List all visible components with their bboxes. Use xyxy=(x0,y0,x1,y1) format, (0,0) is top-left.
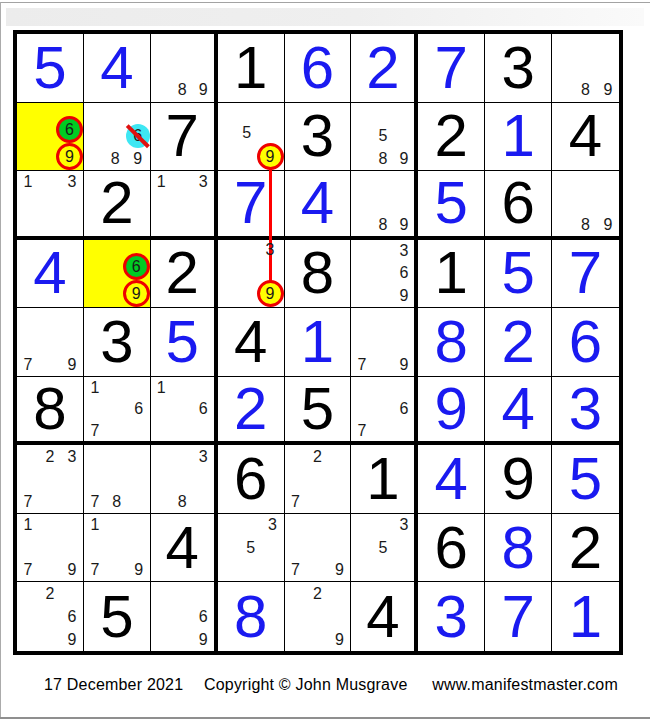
candidate-grid: 89 xyxy=(151,34,214,102)
cell-r6c2[interactable]: 167 xyxy=(84,377,151,446)
cell-r2c6[interactable]: 589 xyxy=(351,103,418,172)
cell-r8c5[interactable]: 79 xyxy=(285,514,352,583)
cell-r7c8[interactable]: 9 xyxy=(485,445,552,514)
cell-r5c4[interactable]: 4 xyxy=(218,308,285,377)
candidate-8: 8 xyxy=(106,490,128,513)
cell-r4c5[interactable]: 8 xyxy=(285,240,352,309)
candidate-9: 9 xyxy=(328,559,350,582)
digit-8-black: 8 xyxy=(285,240,351,308)
candidate-6: 6 xyxy=(61,605,83,628)
candidate-grid: 269 xyxy=(17,582,83,651)
footer-date: 17 December 2021 xyxy=(44,676,183,693)
candidate-grid: 27 xyxy=(285,445,351,513)
cell-r4c8[interactable]: 5 xyxy=(485,240,552,309)
candidate-slot-9: 9 xyxy=(123,280,150,307)
digit-3-blue: 3 xyxy=(418,582,484,651)
footer-text: 17 December 2021 Copyright © John Musgra… xyxy=(44,676,618,694)
candidate-3: 3 xyxy=(193,171,214,193)
candidate-2: 2 xyxy=(39,445,61,468)
digit-6-black: 6 xyxy=(218,445,284,513)
top-frame-line xyxy=(0,2,650,3)
digit-8-black: 8 xyxy=(17,377,83,442)
cell-r6c6[interactable]: 67 xyxy=(351,377,418,446)
candidate-6: 6 xyxy=(193,605,214,628)
candidate-grid: 35 xyxy=(218,514,284,582)
candidate-7: 7 xyxy=(285,490,307,513)
cell-r1c9[interactable]: 89 xyxy=(552,34,619,103)
candidate-8: 8 xyxy=(372,148,393,171)
cell-r4c7[interactable]: 1 xyxy=(418,240,485,309)
candidate-slot-6: 6 xyxy=(126,124,150,148)
digit-3-black: 3 xyxy=(84,308,150,376)
digit-1-black: 1 xyxy=(218,34,284,102)
cell-r2c9[interactable]: 4 xyxy=(552,103,619,172)
candidate-grid: 89 xyxy=(351,171,414,236)
cell-r4c1[interactable]: 4 xyxy=(17,240,84,309)
cell-r6c9[interactable]: 3 xyxy=(552,377,619,446)
digit-5-blue: 5 xyxy=(418,171,484,236)
cell-r5c2[interactable]: 3 xyxy=(84,308,151,377)
candidate-7: 7 xyxy=(17,490,39,513)
cell-r2c3[interactable]: 7 xyxy=(151,103,218,172)
digit-9-blue: 9 xyxy=(418,377,484,442)
cell-r9c1[interactable]: 269 xyxy=(17,582,84,651)
candidate-1: 1 xyxy=(84,377,106,399)
candidate-9: 9 xyxy=(393,285,414,308)
cell-r5c5[interactable]: 1 xyxy=(285,308,352,377)
cell-r3c8[interactable]: 6 xyxy=(485,171,552,240)
candidate-grid: 78 xyxy=(84,445,150,513)
candidate-3: 3 xyxy=(393,240,414,263)
candidate-3: 3 xyxy=(393,514,414,537)
digit-8-blue: 8 xyxy=(218,582,284,651)
candidate-grid: 89 xyxy=(552,34,619,102)
digit-5-black: 5 xyxy=(84,582,150,651)
candidate-grid: 179 xyxy=(17,514,83,582)
cell-r8c4[interactable]: 35 xyxy=(218,514,285,583)
digit-3-black: 3 xyxy=(285,103,351,171)
digit-1-black: 1 xyxy=(418,240,484,308)
cell-r7c1[interactable]: 237 xyxy=(17,445,84,514)
header-strip xyxy=(6,8,644,26)
candidate-9: 9 xyxy=(393,214,414,236)
candidate-grid: 237 xyxy=(17,445,83,513)
cell-r3c9[interactable]: 89 xyxy=(552,171,619,240)
candidate-9: 9 xyxy=(597,79,619,102)
cell-r8c8[interactable]: 8 xyxy=(485,514,552,583)
cell-r6c4[interactable]: 2 xyxy=(218,377,285,446)
digit-5-black: 5 xyxy=(285,377,351,442)
cell-r1c7[interactable]: 7 xyxy=(418,34,485,103)
cell-r8c3[interactable]: 4 xyxy=(151,514,218,583)
cell-r6c8[interactable]: 4 xyxy=(485,377,552,446)
digit-6-black: 6 xyxy=(418,514,484,582)
candidate-grid: 689 xyxy=(84,103,150,171)
left-frame-line xyxy=(0,2,1,718)
digit-1-blue: 1 xyxy=(485,103,551,171)
digit-2-black: 2 xyxy=(552,514,619,582)
digit-8-blue: 8 xyxy=(485,514,551,582)
digit-4-blue: 4 xyxy=(418,445,484,513)
digit-4-blue: 4 xyxy=(17,240,83,308)
digit-9-black: 9 xyxy=(485,445,551,513)
candidate-7: 7 xyxy=(84,559,106,582)
digit-6-black: 6 xyxy=(485,171,551,236)
digit-6-blue: 6 xyxy=(552,308,619,376)
cell-r6c5[interactable]: 5 xyxy=(285,377,352,446)
cell-r2c8[interactable]: 1 xyxy=(485,103,552,172)
digit-5-blue: 5 xyxy=(151,308,214,376)
footer-website-link[interactable]: www.manifestmaster.com xyxy=(432,676,618,693)
candidate-7: 7 xyxy=(351,353,372,376)
cell-r5c1[interactable]: 79 xyxy=(17,308,84,377)
candidate-7: 7 xyxy=(84,420,106,442)
candidate-3: 3 xyxy=(193,445,214,468)
candidate-grid: 179 xyxy=(84,514,150,582)
cell-r6c3[interactable]: 16 xyxy=(151,377,218,446)
digit-4-black: 4 xyxy=(552,103,619,171)
digit-2-blue: 2 xyxy=(218,377,284,442)
candidate-6-circled-green: 6 xyxy=(56,116,83,143)
elimination-strike xyxy=(126,124,150,148)
candidate-7: 7 xyxy=(351,420,372,442)
digit-5-blue: 5 xyxy=(552,445,619,513)
digit-7-blue: 7 xyxy=(552,240,619,308)
candidate-2: 2 xyxy=(39,582,61,605)
chain-link-line xyxy=(269,157,272,294)
candidate-9: 9 xyxy=(61,628,83,651)
cell-r8c2[interactable]: 179 xyxy=(84,514,151,583)
cell-r4c9[interactable]: 7 xyxy=(552,240,619,309)
digit-1-blue: 1 xyxy=(552,582,619,651)
digit-4-blue: 4 xyxy=(285,171,351,236)
digit-5-blue: 5 xyxy=(485,240,551,308)
cell-r4c6[interactable]: 369 xyxy=(351,240,418,309)
candidate-grid: 13 xyxy=(151,171,214,236)
cell-r2c1[interactable]: 69 xyxy=(17,103,84,172)
cell-r5c8[interactable]: 2 xyxy=(485,308,552,377)
cell-r2c4[interactable]: 59 xyxy=(218,103,285,172)
candidate-grid: 589 xyxy=(351,103,414,171)
candidate-9: 9 xyxy=(126,148,150,170)
candidate-grid: 79 xyxy=(285,514,351,582)
candidate-grid: 69 xyxy=(84,240,150,308)
candidate-grid: 67 xyxy=(351,377,414,442)
candidate-9-circled-yellow: 9 xyxy=(56,143,83,170)
cell-r9c7[interactable]: 3 xyxy=(418,582,485,651)
candidate-6: 6 xyxy=(393,398,414,420)
candidate-8: 8 xyxy=(372,214,393,236)
digit-7-black: 7 xyxy=(151,103,214,171)
bottom-frame-line xyxy=(0,717,650,719)
cell-r1c1[interactable]: 5 xyxy=(17,34,84,103)
candidate-9: 9 xyxy=(393,353,414,376)
candidate-5: 5 xyxy=(240,536,262,559)
candidate-6: 6 xyxy=(128,398,150,420)
digit-7-blue: 7 xyxy=(485,582,551,651)
candidate-6: 6 xyxy=(193,398,214,420)
candidate-9: 9 xyxy=(61,353,83,376)
candidate-9: 9 xyxy=(328,628,350,651)
cell-r1c6[interactable]: 2 xyxy=(351,34,418,103)
digit-4-black: 4 xyxy=(351,582,414,651)
digit-4-black: 4 xyxy=(151,514,214,582)
candidate-9: 9 xyxy=(393,148,414,171)
cell-r1c8[interactable]: 3 xyxy=(485,34,552,103)
cell-r3c4[interactable]: 7 xyxy=(218,171,285,240)
candidate-5: 5 xyxy=(372,536,393,559)
cell-r5c9[interactable]: 6 xyxy=(552,308,619,377)
candidate-3: 3 xyxy=(262,514,284,537)
cell-r9c2[interactable]: 5 xyxy=(84,582,151,651)
cell-r9c3[interactable]: 69 xyxy=(151,582,218,651)
cell-r9c6[interactable]: 4 xyxy=(351,582,418,651)
candidate-grid: 79 xyxy=(17,308,83,376)
cell-r2c5[interactable]: 3 xyxy=(285,103,352,172)
cell-r9c8[interactable]: 7 xyxy=(485,582,552,651)
digit-6-blue: 6 xyxy=(285,34,351,102)
candidate-grid: 167 xyxy=(84,377,150,442)
candidate-2: 2 xyxy=(307,582,329,605)
digit-1-black: 1 xyxy=(351,445,414,513)
digit-8-blue: 8 xyxy=(418,308,484,376)
cell-r7c4[interactable]: 6 xyxy=(218,445,285,514)
footer-copyright: Copyright © John Musgrave xyxy=(204,676,408,693)
candidate-7: 7 xyxy=(17,353,39,376)
candidate-9: 9 xyxy=(597,214,619,236)
candidate-9-circled-yellow: 9 xyxy=(123,280,150,307)
cell-r4c3[interactable]: 2 xyxy=(151,240,218,309)
cell-r7c7[interactable]: 4 xyxy=(418,445,485,514)
digit-4-black: 4 xyxy=(218,308,284,376)
cell-r8c1[interactable]: 179 xyxy=(17,514,84,583)
cell-r5c7[interactable]: 8 xyxy=(418,308,485,377)
cell-r2c2[interactable]: 689 xyxy=(84,103,151,172)
cell-r3c1[interactable]: 13 xyxy=(17,171,84,240)
candidate-grid: 35 xyxy=(351,514,414,582)
candidate-9: 9 xyxy=(193,79,214,102)
digit-2-black: 2 xyxy=(418,103,484,171)
cell-r3c6[interactable]: 89 xyxy=(351,171,418,240)
cell-r6c7[interactable]: 9 xyxy=(418,377,485,446)
cell-r7c5[interactable]: 27 xyxy=(285,445,352,514)
cell-r8c6[interactable]: 35 xyxy=(351,514,418,583)
candidate-9-circled-yellow: 9 xyxy=(257,143,284,170)
candidate-7: 7 xyxy=(84,490,106,513)
candidate-1: 1 xyxy=(17,171,39,193)
candidate-5: 5 xyxy=(372,125,393,148)
cell-r5c6[interactable]: 79 xyxy=(351,308,418,377)
cell-r9c9[interactable]: 1 xyxy=(552,582,619,651)
candidate-1: 1 xyxy=(151,171,172,193)
cell-r5c3[interactable]: 5 xyxy=(151,308,218,377)
candidate-grid: 13 xyxy=(17,171,83,236)
cell-r3c7[interactable]: 5 xyxy=(418,171,485,240)
cell-r1c4[interactable]: 1 xyxy=(218,34,285,103)
candidate-slot-6: 6 xyxy=(123,253,150,280)
digit-4-blue: 4 xyxy=(84,34,150,102)
candidate-slot-9: 9 xyxy=(257,143,284,170)
candidate-3: 3 xyxy=(61,171,83,193)
cell-r1c2[interactable]: 4 xyxy=(84,34,151,103)
digit-4-blue: 4 xyxy=(485,377,551,442)
cell-r1c5[interactable]: 6 xyxy=(285,34,352,103)
cell-r8c7[interactable]: 6 xyxy=(418,514,485,583)
candidate-grid: 89 xyxy=(552,171,619,236)
digit-7-blue: 7 xyxy=(218,171,284,236)
candidate-9-circled-yellow: 9 xyxy=(257,280,284,307)
cell-r7c2[interactable]: 78 xyxy=(84,445,151,514)
candidate-slot-9: 9 xyxy=(257,280,284,307)
cell-r1c3[interactable]: 89 xyxy=(151,34,218,103)
cell-r7c3[interactable]: 38 xyxy=(151,445,218,514)
candidate-grid: 79 xyxy=(351,308,414,376)
cell-r4c4[interactable]: 39 xyxy=(218,240,285,309)
cell-r3c3[interactable]: 13 xyxy=(151,171,218,240)
candidate-8: 8 xyxy=(172,79,193,102)
digit-2-blue: 2 xyxy=(485,308,551,376)
candidate-7: 7 xyxy=(17,559,39,582)
candidate-7: 7 xyxy=(285,559,307,582)
candidate-grid: 38 xyxy=(151,445,214,513)
digit-5-blue: 5 xyxy=(17,34,83,102)
candidate-1: 1 xyxy=(151,377,172,399)
candidate-8: 8 xyxy=(574,79,596,102)
cell-r6c1[interactable]: 8 xyxy=(17,377,84,446)
cell-r3c2[interactable]: 2 xyxy=(84,171,151,240)
candidate-8: 8 xyxy=(172,490,193,513)
candidate-grid: 39 xyxy=(218,240,284,308)
candidate-slot-6: 6 xyxy=(56,116,83,143)
candidate-6-circled-green: 6 xyxy=(123,253,150,280)
candidate-slot-9: 9 xyxy=(56,143,83,170)
digit-2-blue: 2 xyxy=(351,34,414,102)
candidate-9: 9 xyxy=(61,559,83,582)
candidate-grid: 69 xyxy=(17,103,83,171)
candidate-2: 2 xyxy=(307,445,329,468)
candidate-8: 8 xyxy=(574,214,596,236)
sudoku-board: 5489162738969689759358921413213748956894… xyxy=(13,30,623,655)
candidate-9: 9 xyxy=(193,628,214,651)
candidate-grid: 16 xyxy=(151,377,214,442)
digit-3-blue: 3 xyxy=(552,377,619,442)
cell-r7c9[interactable]: 5 xyxy=(552,445,619,514)
candidate-6-circled-cyan: 6 xyxy=(126,124,150,148)
cell-r3c5[interactable]: 4 xyxy=(285,171,352,240)
cell-r7c6[interactable]: 1 xyxy=(351,445,418,514)
cell-r4c2[interactable]: 69 xyxy=(84,240,151,309)
candidate-8: 8 xyxy=(105,148,126,170)
digit-7-blue: 7 xyxy=(418,34,484,102)
candidate-grid: 369 xyxy=(351,240,414,308)
candidate-grid: 29 xyxy=(285,582,351,651)
candidate-3: 3 xyxy=(257,240,284,260)
digit-3-black: 3 xyxy=(485,34,551,102)
cell-r8c9[interactable]: 2 xyxy=(552,514,619,583)
digit-2-black: 2 xyxy=(151,240,214,308)
candidate-6: 6 xyxy=(393,262,414,285)
cell-r9c4[interactable]: 8 xyxy=(218,582,285,651)
candidate-grid: 69 xyxy=(151,582,214,651)
candidate-5: 5 xyxy=(237,123,256,143)
cell-r9c5[interactable]: 29 xyxy=(285,582,352,651)
candidate-1: 1 xyxy=(17,514,39,537)
cell-r2c7[interactable]: 2 xyxy=(418,103,485,172)
candidate-3: 3 xyxy=(61,445,83,468)
digit-1-blue: 1 xyxy=(285,308,351,376)
candidate-1: 1 xyxy=(84,514,106,537)
candidate-grid: 59 xyxy=(218,103,284,171)
candidate-9: 9 xyxy=(128,559,150,582)
digit-2-black: 2 xyxy=(84,171,150,236)
